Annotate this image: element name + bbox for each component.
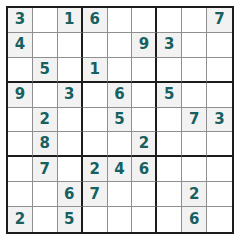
cell-r2c3[interactable] (58, 33, 83, 58)
cell-r5c1[interactable] (8, 108, 33, 133)
cell-r4c8[interactable] (182, 83, 207, 108)
cell-r2c1: 4 (8, 33, 33, 58)
cell-r6c2: 8 (33, 132, 58, 157)
cell-r2c8[interactable] (182, 33, 207, 58)
cell-r1c5[interactable] (108, 8, 133, 33)
cell-r9c3: 5 (58, 207, 83, 232)
cell-r4c3: 3 (58, 83, 83, 108)
cell-r2c6: 9 (132, 33, 157, 58)
cell-r7c6: 6 (132, 157, 157, 182)
cell-r3c8[interactable] (182, 58, 207, 83)
cell-r8c3: 6 (58, 182, 83, 207)
cell-r8c9[interactable] (207, 182, 232, 207)
cell-r6c7[interactable] (157, 132, 182, 157)
cell-r3c6[interactable] (132, 58, 157, 83)
cell-r8c7[interactable] (157, 182, 182, 207)
cell-r9c6[interactable] (132, 207, 157, 232)
cell-r7c4: 2 (83, 157, 108, 182)
cell-r9c2[interactable] (33, 207, 58, 232)
cell-r6c3[interactable] (58, 132, 83, 157)
sudoku-board: 31674935193652573827246672256 (6, 6, 234, 234)
cell-r5c7[interactable] (157, 108, 182, 133)
cell-r3c5[interactable] (108, 58, 133, 83)
cell-r6c9[interactable] (207, 132, 232, 157)
cell-r4c1: 9 (8, 83, 33, 108)
cell-r5c9: 3 (207, 108, 232, 133)
cell-r5c5: 5 (108, 108, 133, 133)
cell-r8c1[interactable] (8, 182, 33, 207)
sudoku-page: 31674935193652573827246672256 (0, 0, 240, 240)
cell-r9c9[interactable] (207, 207, 232, 232)
cell-r5c6[interactable] (132, 108, 157, 133)
cell-r4c6[interactable] (132, 83, 157, 108)
cell-r7c9[interactable] (207, 157, 232, 182)
cell-r5c8: 7 (182, 108, 207, 133)
cell-r1c3: 1 (58, 8, 83, 33)
cell-r1c2[interactable] (33, 8, 58, 33)
cell-r4c5: 6 (108, 83, 133, 108)
cell-r2c9[interactable] (207, 33, 232, 58)
cell-r2c4[interactable] (83, 33, 108, 58)
cell-r4c9[interactable] (207, 83, 232, 108)
cell-r7c2: 7 (33, 157, 58, 182)
cell-r6c1[interactable] (8, 132, 33, 157)
cell-r4c2[interactable] (33, 83, 58, 108)
cell-r3c7[interactable] (157, 58, 182, 83)
cell-r1c4: 6 (83, 8, 108, 33)
cell-r1c6[interactable] (132, 8, 157, 33)
cell-r8c8: 2 (182, 182, 207, 207)
cell-r1c1: 3 (8, 8, 33, 33)
cell-r1c8[interactable] (182, 8, 207, 33)
cell-r9c1: 2 (8, 207, 33, 232)
cell-r7c5: 4 (108, 157, 133, 182)
cell-r7c7[interactable] (157, 157, 182, 182)
cell-r3c3[interactable] (58, 58, 83, 83)
cell-r6c6: 2 (132, 132, 157, 157)
cell-r6c8[interactable] (182, 132, 207, 157)
cell-r3c4: 1 (83, 58, 108, 83)
cell-r7c1[interactable] (8, 157, 33, 182)
cell-r7c3[interactable] (58, 157, 83, 182)
cell-r3c2: 5 (33, 58, 58, 83)
cell-r8c5[interactable] (108, 182, 133, 207)
cell-r7c8[interactable] (182, 157, 207, 182)
cell-r4c4[interactable] (83, 83, 108, 108)
cell-r5c2: 2 (33, 108, 58, 133)
cell-r8c6[interactable] (132, 182, 157, 207)
cell-r2c2[interactable] (33, 33, 58, 58)
cell-r4c7: 5 (157, 83, 182, 108)
cell-r9c5[interactable] (108, 207, 133, 232)
cell-r1c9: 7 (207, 8, 232, 33)
cell-r9c4[interactable] (83, 207, 108, 232)
cell-r2c7: 3 (157, 33, 182, 58)
cell-r9c8: 6 (182, 207, 207, 232)
cell-r1c7[interactable] (157, 8, 182, 33)
cell-r9c7[interactable] (157, 207, 182, 232)
cell-r6c4[interactable] (83, 132, 108, 157)
cell-r2c5[interactable] (108, 33, 133, 58)
cell-r8c2[interactable] (33, 182, 58, 207)
cell-r3c9[interactable] (207, 58, 232, 83)
cell-r3c1[interactable] (8, 58, 33, 83)
cell-r6c5[interactable] (108, 132, 133, 157)
cell-r8c4: 7 (83, 182, 108, 207)
cell-r5c4[interactable] (83, 108, 108, 133)
cell-r5c3[interactable] (58, 108, 83, 133)
